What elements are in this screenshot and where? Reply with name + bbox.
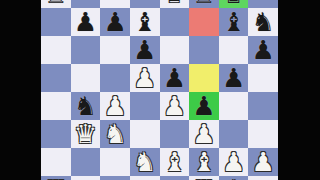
square-f2[interactable]: ♝ xyxy=(189,148,219,176)
square-f4[interactable]: ♟ xyxy=(189,92,219,120)
piece-wK-g1: ♚ xyxy=(222,176,245,180)
piece-bN-h7: ♞ xyxy=(252,8,275,36)
piece-bQ-e8: ♛ xyxy=(163,0,186,8)
piece-bP-b7: ♟ xyxy=(74,8,97,36)
square-h6[interactable]: ♟ xyxy=(248,36,278,64)
square-b6[interactable] xyxy=(71,36,101,64)
piece-wR-a1: ♜ xyxy=(44,176,67,180)
square-h1[interactable] xyxy=(248,176,278,180)
square-g6[interactable] xyxy=(219,36,249,64)
square-h2[interactable]: ♟ xyxy=(248,148,278,176)
square-e2[interactable]: ♝ xyxy=(160,148,190,176)
piece-bK-g8: ♚ xyxy=(222,0,245,8)
piece-bP-f4: ♟ xyxy=(192,92,215,120)
piece-wP-c4: ♟ xyxy=(103,92,126,120)
square-d6[interactable]: ♟ xyxy=(130,36,160,64)
square-g4[interactable] xyxy=(219,92,249,120)
square-f3[interactable]: ♟ xyxy=(189,120,219,148)
square-a3[interactable] xyxy=(41,120,71,148)
piece-bB-g7: ♝ xyxy=(222,8,245,36)
square-b7[interactable]: ♟ xyxy=(71,8,101,36)
chess-board[interactable]: ♜♛♜♚♟♟♝♝♞♟♟♟♟♟♞♟♟♟♛♞♟♞♝♝♟♟♜♜♚ xyxy=(41,0,278,180)
square-b3[interactable]: ♛ xyxy=(71,120,101,148)
square-b8[interactable] xyxy=(71,0,101,8)
piece-bB-d7: ♝ xyxy=(133,8,156,36)
square-h3[interactable] xyxy=(248,120,278,148)
square-b2[interactable] xyxy=(71,148,101,176)
square-a2[interactable] xyxy=(41,148,71,176)
piece-bP-e5: ♟ xyxy=(163,64,186,92)
square-d2[interactable]: ♞ xyxy=(130,148,160,176)
piece-wR-f1: ♜ xyxy=(192,176,215,180)
piece-wQ-b3: ♛ xyxy=(74,120,97,148)
square-f6[interactable] xyxy=(189,36,219,64)
piece-bR-f8: ♜ xyxy=(192,0,215,8)
square-f8[interactable]: ♜ xyxy=(189,0,219,8)
square-d8[interactable] xyxy=(130,0,160,8)
square-g5[interactable]: ♟ xyxy=(219,64,249,92)
square-d1[interactable] xyxy=(130,176,160,180)
piece-bP-g5: ♟ xyxy=(222,64,245,92)
square-e7[interactable] xyxy=(160,8,190,36)
square-c5[interactable] xyxy=(100,64,130,92)
piece-bP-d6: ♟ xyxy=(133,36,156,64)
piece-wP-e4: ♟ xyxy=(163,92,186,120)
square-b5[interactable] xyxy=(71,64,101,92)
video-frame: ♜♛♜♚♟♟♝♝♞♟♟♟♟♟♞♟♟♟♛♞♟♞♝♝♟♟♜♜♚ xyxy=(0,0,320,180)
square-g8[interactable]: ♚ xyxy=(219,0,249,8)
piece-bN-b4: ♞ xyxy=(74,92,97,120)
square-e3[interactable] xyxy=(160,120,190,148)
square-a4[interactable] xyxy=(41,92,71,120)
square-e6[interactable] xyxy=(160,36,190,64)
square-f5[interactable] xyxy=(189,64,219,92)
piece-bP-c7: ♟ xyxy=(103,8,126,36)
piece-wP-g2: ♟ xyxy=(222,148,245,176)
square-a7[interactable] xyxy=(41,8,71,36)
square-c8[interactable] xyxy=(100,0,130,8)
square-c3[interactable]: ♞ xyxy=(100,120,130,148)
square-c6[interactable] xyxy=(100,36,130,64)
square-a1[interactable]: ♜ xyxy=(41,176,71,180)
square-e1[interactable] xyxy=(160,176,190,180)
piece-wN-c3: ♞ xyxy=(103,120,126,148)
square-d5[interactable]: ♟ xyxy=(130,64,160,92)
square-d7[interactable]: ♝ xyxy=(130,8,160,36)
square-a6[interactable] xyxy=(41,36,71,64)
square-a5[interactable] xyxy=(41,64,71,92)
square-d3[interactable] xyxy=(130,120,160,148)
square-c4[interactable]: ♟ xyxy=(100,92,130,120)
letterbox-right xyxy=(278,0,320,180)
square-f1[interactable]: ♜ xyxy=(189,176,219,180)
square-g1[interactable]: ♚ xyxy=(219,176,249,180)
piece-wB-e2: ♝ xyxy=(163,148,186,176)
square-h8[interactable] xyxy=(248,0,278,8)
letterbox-left xyxy=(0,0,41,180)
square-e4[interactable]: ♟ xyxy=(160,92,190,120)
piece-bR-a8: ♜ xyxy=(44,0,67,8)
square-d4[interactable] xyxy=(130,92,160,120)
square-h4[interactable] xyxy=(248,92,278,120)
piece-wP-d5: ♟ xyxy=(133,64,156,92)
square-c7[interactable]: ♟ xyxy=(100,8,130,36)
square-c2[interactable] xyxy=(100,148,130,176)
square-h7[interactable]: ♞ xyxy=(248,8,278,36)
piece-wP-f3: ♟ xyxy=(192,120,215,148)
square-a8[interactable]: ♜ xyxy=(41,0,71,8)
square-f7[interactable] xyxy=(189,8,219,36)
square-g2[interactable]: ♟ xyxy=(219,148,249,176)
square-h5[interactable] xyxy=(248,64,278,92)
square-g3[interactable] xyxy=(219,120,249,148)
piece-wB-f2: ♝ xyxy=(192,148,215,176)
square-c1[interactable] xyxy=(100,176,130,180)
square-b4[interactable]: ♞ xyxy=(71,92,101,120)
piece-wP-h2: ♟ xyxy=(252,148,275,176)
piece-bP-h6: ♟ xyxy=(252,36,275,64)
square-g7[interactable]: ♝ xyxy=(219,8,249,36)
square-e5[interactable]: ♟ xyxy=(160,64,190,92)
square-b1[interactable] xyxy=(71,176,101,180)
square-e8[interactable]: ♛ xyxy=(160,0,190,8)
piece-wN-d2: ♞ xyxy=(133,148,156,176)
